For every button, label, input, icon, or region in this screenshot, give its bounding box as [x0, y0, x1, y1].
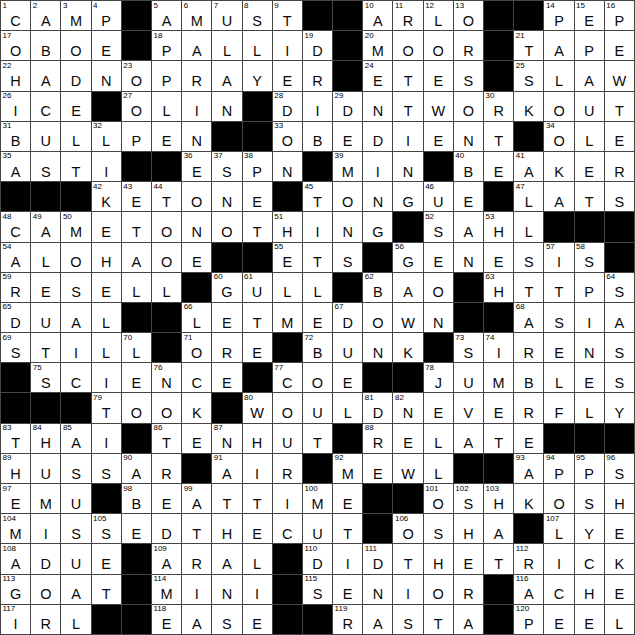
cell-r6c9[interactable]: 38P	[243, 152, 272, 181]
cell-r18c9[interactable]: E	[243, 514, 272, 543]
cell-r2c11[interactable]: 19D	[303, 31, 332, 60]
cell-r10c14[interactable]: A	[393, 273, 422, 302]
cell-r3c18[interactable]: 25S	[514, 61, 543, 90]
cell-r14c19[interactable]: F	[544, 393, 573, 422]
cell-r3c21[interactable]: W	[605, 61, 634, 90]
cell-r7c12[interactable]: O	[333, 182, 362, 211]
cell-r3c6[interactable]: P	[152, 61, 181, 90]
cell-r16c14[interactable]: W	[393, 454, 422, 483]
cell-r10c18[interactable]: T	[514, 273, 543, 302]
cell-r5c15[interactable]: E	[424, 122, 453, 151]
cell-r6c20[interactable]: E	[575, 152, 604, 181]
cell-r19c7[interactable]: R	[182, 544, 211, 573]
cell-r3c4[interactable]: N	[92, 61, 121, 90]
cell-r1c9[interactable]: 8S	[243, 1, 272, 30]
cell-r19c15[interactable]: H	[424, 544, 453, 573]
cell-r13c2[interactable]: 75S	[31, 363, 60, 392]
cell-r9c2[interactable]: L	[31, 243, 60, 272]
cell-r20c20[interactable]: H	[575, 575, 604, 604]
cell-r21c21[interactable]: L	[605, 605, 634, 634]
cell-r12c13[interactable]: N	[363, 333, 392, 362]
cell-r6c12[interactable]: 39M	[333, 152, 362, 181]
cell-r8c8[interactable]: O	[212, 212, 241, 241]
cell-r18c20[interactable]: Y	[575, 514, 604, 543]
cell-r16c2[interactable]: U	[31, 454, 60, 483]
cell-r5c10[interactable]: 33O	[273, 122, 302, 151]
cell-r9c12[interactable]: S	[333, 243, 362, 272]
cell-r11c21[interactable]: A	[605, 303, 634, 332]
cell-r3c11[interactable]: R	[303, 61, 332, 90]
cell-r13c12[interactable]: E	[333, 363, 362, 392]
cell-r16c20[interactable]: 95P	[575, 454, 604, 483]
cell-r9c10[interactable]: 55E	[273, 243, 302, 272]
cell-r3c3[interactable]: D	[61, 61, 90, 90]
cell-r11c4[interactable]: L	[92, 303, 121, 332]
cell-r4c10[interactable]: 28D	[273, 92, 302, 121]
cell-r19c19[interactable]: I	[544, 544, 573, 573]
cell-r20c21[interactable]: E	[605, 575, 634, 604]
cell-r15c3[interactable]: 85A	[61, 424, 90, 453]
cell-r18c21[interactable]: E	[605, 514, 634, 543]
cell-r17c8[interactable]: T	[212, 484, 241, 513]
cell-r21c13[interactable]: A	[363, 605, 392, 634]
cell-r14c12[interactable]: L	[333, 393, 362, 422]
cell-r4c5[interactable]: 27O	[122, 92, 151, 121]
cell-r3c10[interactable]: E	[273, 61, 302, 90]
cell-r1c20[interactable]: 15E	[575, 1, 604, 30]
cell-r6c21[interactable]: R	[605, 152, 634, 181]
cell-r11c15[interactable]: N	[424, 303, 453, 332]
cell-r12c7[interactable]: 71O	[182, 333, 211, 362]
cell-r5c7[interactable]: N	[182, 122, 211, 151]
cell-r11c11[interactable]: E	[303, 303, 332, 332]
cell-r15c17[interactable]: T	[484, 424, 513, 453]
cell-r14c10[interactable]: O	[273, 393, 302, 422]
cell-r18c8[interactable]: H	[212, 514, 241, 543]
cell-r15c14[interactable]: E	[393, 424, 422, 453]
cell-r13c18[interactable]: B	[514, 363, 543, 392]
cell-r2c19[interactable]: A	[544, 31, 573, 60]
cell-r16c15[interactable]: L	[424, 454, 453, 483]
cell-r2c2[interactable]: B	[31, 31, 60, 60]
cell-r20c4[interactable]: T	[92, 575, 121, 604]
cell-r9c4[interactable]: H	[92, 243, 121, 272]
cell-r18c1[interactable]: 104M	[1, 514, 30, 543]
cell-r2c18[interactable]: 21T	[514, 31, 543, 60]
cell-r1c6[interactable]: 5A	[152, 1, 181, 30]
cell-r20c18[interactable]: 116A	[514, 575, 543, 604]
cell-r15c7[interactable]: E	[182, 424, 211, 453]
cell-r9c15[interactable]: E	[424, 243, 453, 272]
cell-r21c19[interactable]: E	[544, 605, 573, 634]
cell-r13c21[interactable]: S	[605, 363, 634, 392]
cell-r15c4[interactable]: I	[92, 424, 121, 453]
cell-r20c7[interactable]: I	[182, 575, 211, 604]
cell-r15c10[interactable]: U	[273, 424, 302, 453]
cell-r9c1[interactable]: 54A	[1, 243, 30, 272]
cell-r20c1[interactable]: 113G	[1, 575, 30, 604]
cell-r18c19[interactable]: 107L	[544, 514, 573, 543]
cell-r6c4[interactable]: I	[92, 152, 121, 181]
cell-r11c19[interactable]: S	[544, 303, 573, 332]
cell-r16c3[interactable]: S	[61, 454, 90, 483]
cell-r4c14[interactable]: T	[393, 92, 422, 121]
cell-r21c9[interactable]: E	[243, 605, 272, 634]
cell-r13c3[interactable]: C	[61, 363, 90, 392]
cell-r13c6[interactable]: 76N	[152, 363, 181, 392]
cell-r3c19[interactable]: L	[544, 61, 573, 90]
cell-r10c2[interactable]: E	[31, 273, 60, 302]
cell-r10c13[interactable]: 62B	[363, 273, 392, 302]
cell-r5c17[interactable]: T	[484, 122, 513, 151]
cell-r7c16[interactable]: E	[454, 182, 483, 211]
cell-r14c9[interactable]: 80W	[243, 393, 272, 422]
cell-r18c11[interactable]: U	[303, 514, 332, 543]
cell-r6c18[interactable]: 41A	[514, 152, 543, 181]
cell-r11c14[interactable]: W	[393, 303, 422, 332]
cell-r1c19[interactable]: 14P	[544, 1, 573, 30]
cell-r12c20[interactable]: N	[575, 333, 604, 362]
cell-r12c12[interactable]: U	[333, 333, 362, 362]
cell-r10c8[interactable]: 60G	[212, 273, 241, 302]
cell-r5c6[interactable]: E	[152, 122, 181, 151]
cell-r7c15[interactable]: 46U	[424, 182, 453, 211]
cell-r7c20[interactable]: T	[575, 182, 604, 211]
cell-r5c1[interactable]: 31B	[1, 122, 30, 151]
cell-r17c16[interactable]: 102S	[454, 484, 483, 513]
cell-r2c7[interactable]: A	[182, 31, 211, 60]
cell-r21c18[interactable]: 120P	[514, 605, 543, 634]
cell-r11c18[interactable]: 68A	[514, 303, 543, 332]
cell-r16c19[interactable]: 94P	[544, 454, 573, 483]
cell-r6c7[interactable]: 36E	[182, 152, 211, 181]
cell-r13c15[interactable]: 78J	[424, 363, 453, 392]
cell-r8c15[interactable]: 52S	[424, 212, 453, 241]
cell-r1c1[interactable]: 1C	[1, 1, 30, 30]
cell-r9c19[interactable]: 57I	[544, 243, 573, 272]
cell-r4c17[interactable]: 30R	[484, 92, 513, 121]
cell-r4c15[interactable]: W	[424, 92, 453, 121]
cell-r13c16[interactable]: U	[454, 363, 483, 392]
cell-r18c12[interactable]: T	[333, 514, 362, 543]
cell-r12c4[interactable]: L	[92, 333, 121, 362]
cell-r20c14[interactable]: I	[393, 575, 422, 604]
cell-r14c6[interactable]: O	[152, 393, 181, 422]
cell-r4c8[interactable]: N	[212, 92, 241, 121]
cell-r17c17[interactable]: 103H	[484, 484, 513, 513]
cell-r19c8[interactable]: A	[212, 544, 241, 573]
cell-r4c3[interactable]: E	[61, 92, 90, 121]
cell-r20c6[interactable]: 114M	[152, 575, 181, 604]
cell-r21c1[interactable]: 117I	[1, 605, 30, 634]
cell-r11c10[interactable]: M	[273, 303, 302, 332]
cell-r15c8[interactable]: 87N	[212, 424, 241, 453]
cell-r17c19[interactable]: O	[544, 484, 573, 513]
cell-r1c7[interactable]: 6M	[182, 1, 211, 30]
cell-r6c3[interactable]: T	[61, 152, 90, 181]
cell-r11c20[interactable]: I	[575, 303, 604, 332]
cell-r17c3[interactable]: U	[61, 484, 90, 513]
cell-r4c16[interactable]: O	[454, 92, 483, 121]
cell-r6c13[interactable]: I	[363, 152, 392, 181]
cell-r1c15[interactable]: 12L	[424, 1, 453, 30]
cell-r13c10[interactable]: 77C	[273, 363, 302, 392]
cell-r17c10[interactable]: I	[273, 484, 302, 513]
cell-r3c5[interactable]: 23O	[122, 61, 151, 90]
cell-r15c11[interactable]: T	[303, 424, 332, 453]
cell-r10c4[interactable]: E	[92, 273, 121, 302]
cell-r16c4[interactable]: S	[92, 454, 121, 483]
cell-r5c20[interactable]: L	[575, 122, 604, 151]
cell-r2c16[interactable]: R	[454, 31, 483, 60]
cell-r21c7[interactable]: A	[182, 605, 211, 634]
cell-r13c8[interactable]: E	[212, 363, 241, 392]
cell-r15c16[interactable]: A	[454, 424, 483, 453]
cell-r3c16[interactable]: S	[454, 61, 483, 90]
cell-r15c18[interactable]: E	[514, 424, 543, 453]
cell-r15c9[interactable]: H	[243, 424, 272, 453]
cell-r7c8[interactable]: N	[212, 182, 241, 211]
cell-r14c13[interactable]: 81D	[363, 393, 392, 422]
cell-r5c5[interactable]: P	[122, 122, 151, 151]
cell-r18c17[interactable]: A	[484, 514, 513, 543]
cell-r19c20[interactable]: C	[575, 544, 604, 573]
cell-r13c11[interactable]: O	[303, 363, 332, 392]
cell-r13c19[interactable]: L	[544, 363, 573, 392]
cell-r10c17[interactable]: 63H	[484, 273, 513, 302]
cell-r11c7[interactable]: 66L	[182, 303, 211, 332]
cell-r19c14[interactable]: T	[393, 544, 422, 573]
cell-r1c10[interactable]: 9T	[273, 1, 302, 30]
cell-r19c1[interactable]: 108A	[1, 544, 30, 573]
cell-r19c6[interactable]: 109A	[152, 544, 181, 573]
cell-r4c13[interactable]: N	[363, 92, 392, 121]
cell-r1c16[interactable]: 13O	[454, 1, 483, 30]
cell-r12c8[interactable]: R	[212, 333, 241, 362]
cell-r9c14[interactable]: 56G	[393, 243, 422, 272]
cell-r3c14[interactable]: T	[393, 61, 422, 90]
cell-r4c6[interactable]: L	[152, 92, 181, 121]
cell-r13c17[interactable]: M	[484, 363, 513, 392]
cell-r18c5[interactable]: E	[122, 514, 151, 543]
cell-r16c18[interactable]: 93A	[514, 454, 543, 483]
cell-r10c20[interactable]: P	[575, 273, 604, 302]
cell-r6c17[interactable]: E	[484, 152, 513, 181]
cell-r17c1[interactable]: 97E	[1, 484, 30, 513]
cell-r11c9[interactable]: T	[243, 303, 272, 332]
cell-r18c6[interactable]: D	[152, 514, 181, 543]
cell-r21c14[interactable]: S	[393, 605, 422, 634]
cell-r2c8[interactable]: L	[212, 31, 241, 60]
cell-r9c18[interactable]: S	[514, 243, 543, 272]
cell-r20c8[interactable]: N	[212, 575, 241, 604]
cell-r20c2[interactable]: O	[31, 575, 60, 604]
cell-r15c1[interactable]: 83T	[1, 424, 30, 453]
cell-r12c17[interactable]: 74I	[484, 333, 513, 362]
cell-r13c20[interactable]: E	[575, 363, 604, 392]
cell-r10c19[interactable]: T	[544, 273, 573, 302]
cell-r19c16[interactable]: E	[454, 544, 483, 573]
cell-r21c6[interactable]: 118E	[152, 605, 181, 634]
cell-r12c3[interactable]: I	[61, 333, 90, 362]
cell-r8c1[interactable]: 48C	[1, 212, 30, 241]
cell-r18c16[interactable]: H	[454, 514, 483, 543]
cell-r9c5[interactable]: A	[122, 243, 151, 272]
cell-r18c15[interactable]: S	[424, 514, 453, 543]
cell-r20c15[interactable]: O	[424, 575, 453, 604]
cell-r18c14[interactable]: 106O	[393, 514, 422, 543]
cell-r3c8[interactable]: A	[212, 61, 241, 90]
cell-r1c2[interactable]: 2A	[31, 1, 60, 30]
cell-r12c18[interactable]: R	[514, 333, 543, 362]
cell-r2c20[interactable]: P	[575, 31, 604, 60]
cell-r8c16[interactable]: A	[454, 212, 483, 241]
cell-r8c2[interactable]: 49A	[31, 212, 60, 241]
cell-r2c14[interactable]: O	[393, 31, 422, 60]
cell-r16c21[interactable]: 96S	[605, 454, 634, 483]
cell-r12c14[interactable]: K	[393, 333, 422, 362]
cell-r5c13[interactable]: D	[363, 122, 392, 151]
cell-r8c4[interactable]: E	[92, 212, 121, 241]
cell-r6c19[interactable]: K	[544, 152, 573, 181]
cell-r17c12[interactable]: E	[333, 484, 362, 513]
cell-r7c7[interactable]: O	[182, 182, 211, 211]
cell-r3c13[interactable]: 24E	[363, 61, 392, 90]
cell-r7c18[interactable]: 47L	[514, 182, 543, 211]
cell-r18c4[interactable]: 105S	[92, 514, 121, 543]
cell-r17c6[interactable]: E	[152, 484, 181, 513]
cell-r6c2[interactable]: S	[31, 152, 60, 181]
cell-r14c7[interactable]: K	[182, 393, 211, 422]
cell-r7c14[interactable]: G	[393, 182, 422, 211]
cell-r9c16[interactable]: N	[454, 243, 483, 272]
cell-r10c5[interactable]: L	[122, 273, 151, 302]
cell-r8c7[interactable]: N	[182, 212, 211, 241]
cell-r16c5[interactable]: 90A	[122, 454, 151, 483]
cell-r19c4[interactable]: E	[92, 544, 121, 573]
cell-r16c6[interactable]: R	[152, 454, 181, 483]
cell-r12c21[interactable]: S	[605, 333, 634, 362]
cell-r14c5[interactable]: O	[122, 393, 151, 422]
cell-r12c2[interactable]: T	[31, 333, 60, 362]
cell-r19c12[interactable]: I	[333, 544, 362, 573]
cell-r14c4[interactable]: 79T	[92, 393, 121, 422]
cell-r10c15[interactable]: O	[424, 273, 453, 302]
cell-r1c14[interactable]: 11R	[393, 1, 422, 30]
cell-r17c9[interactable]: T	[243, 484, 272, 513]
cell-r10c11[interactable]: L	[303, 273, 332, 302]
cell-r19c2[interactable]: D	[31, 544, 60, 573]
cell-r17c15[interactable]: 101O	[424, 484, 453, 513]
cell-r8c3[interactable]: 50M	[61, 212, 90, 241]
cell-r5c3[interactable]: L	[61, 122, 90, 151]
cell-r8c11[interactable]: I	[303, 212, 332, 241]
cell-r12c11[interactable]: 72B	[303, 333, 332, 362]
cell-r1c3[interactable]: 3M	[61, 1, 90, 30]
cell-r5c11[interactable]: B	[303, 122, 332, 151]
cell-r14c17[interactable]: E	[484, 393, 513, 422]
cell-r19c3[interactable]: U	[61, 544, 90, 573]
cell-r15c13[interactable]: 88R	[363, 424, 392, 453]
cell-r16c13[interactable]: E	[363, 454, 392, 483]
cell-r19c18[interactable]: 112R	[514, 544, 543, 573]
cell-r17c20[interactable]: S	[575, 484, 604, 513]
cell-r17c18[interactable]: K	[514, 484, 543, 513]
cell-r11c13[interactable]: O	[363, 303, 392, 332]
cell-r6c14[interactable]: N	[393, 152, 422, 181]
cell-r3c1[interactable]: 22H	[1, 61, 30, 90]
cell-r2c1[interactable]: 17O	[1, 31, 30, 60]
cell-r13c4[interactable]: I	[92, 363, 121, 392]
cell-r14c21[interactable]: Y	[605, 393, 634, 422]
cell-r19c13[interactable]: 111D	[363, 544, 392, 573]
cell-r17c5[interactable]: 98B	[122, 484, 151, 513]
cell-r12c1[interactable]: 69S	[1, 333, 30, 362]
cell-r5c4[interactable]: 32L	[92, 122, 121, 151]
cell-r9c6[interactable]: O	[152, 243, 181, 272]
cell-r2c9[interactable]: L	[243, 31, 272, 60]
cell-r4c1[interactable]: 26I	[1, 92, 30, 121]
cell-r1c21[interactable]: 16P	[605, 1, 634, 30]
cell-r12c5[interactable]: 70L	[122, 333, 151, 362]
cell-r18c2[interactable]: I	[31, 514, 60, 543]
cell-r14c11[interactable]: U	[303, 393, 332, 422]
cell-r4c11[interactable]: I	[303, 92, 332, 121]
cell-r21c3[interactable]: L	[61, 605, 90, 634]
cell-r13c7[interactable]: C	[182, 363, 211, 392]
cell-r21c8[interactable]: S	[212, 605, 241, 634]
cell-r17c2[interactable]: M	[31, 484, 60, 513]
cell-r21c20[interactable]: E	[575, 605, 604, 634]
cell-r7c19[interactable]: A	[544, 182, 573, 211]
cell-r4c18[interactable]: K	[514, 92, 543, 121]
cell-r8c18[interactable]: L	[514, 212, 543, 241]
cell-r21c15[interactable]: T	[424, 605, 453, 634]
cell-r2c6[interactable]: 18P	[152, 31, 181, 60]
cell-r5c12[interactable]: E	[333, 122, 362, 151]
cell-r15c15[interactable]: L	[424, 424, 453, 453]
cell-r11c8[interactable]: E	[212, 303, 241, 332]
cell-r20c16[interactable]: R	[454, 575, 483, 604]
cell-r14c18[interactable]: R	[514, 393, 543, 422]
cell-r3c9[interactable]: Y	[243, 61, 272, 90]
cell-r3c2[interactable]: A	[31, 61, 60, 90]
cell-r7c13[interactable]: N	[363, 182, 392, 211]
cell-r9c20[interactable]: 58S	[575, 243, 604, 272]
cell-r14c15[interactable]: E	[424, 393, 453, 422]
cell-r11c3[interactable]: A	[61, 303, 90, 332]
cell-r14c16[interactable]: V	[454, 393, 483, 422]
cell-r5c14[interactable]: I	[393, 122, 422, 151]
cell-r1c13[interactable]: 10A	[363, 1, 392, 30]
cell-r7c4[interactable]: 42K	[92, 182, 121, 211]
cell-r2c21[interactable]: E	[605, 31, 634, 60]
cell-r20c11[interactable]: 115S	[303, 575, 332, 604]
cell-r8c6[interactable]: O	[152, 212, 181, 241]
cell-r16c12[interactable]: 92M	[333, 454, 362, 483]
cell-r5c19[interactable]: 34O	[544, 122, 573, 151]
cell-r8c12[interactable]: N	[333, 212, 362, 241]
cell-r2c3[interactable]: O	[61, 31, 90, 60]
cell-r16c9[interactable]: I	[243, 454, 272, 483]
cell-r10c10[interactable]: L	[273, 273, 302, 302]
cell-r6c1[interactable]: 35A	[1, 152, 30, 181]
cell-r21c16[interactable]: A	[454, 605, 483, 634]
cell-r20c13[interactable]: N	[363, 575, 392, 604]
cell-r19c21[interactable]: K	[605, 544, 634, 573]
cell-r1c8[interactable]: 7U	[212, 1, 241, 30]
cell-r15c2[interactable]: 84H	[31, 424, 60, 453]
